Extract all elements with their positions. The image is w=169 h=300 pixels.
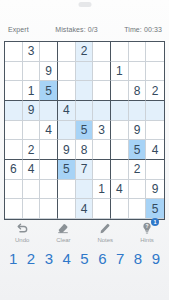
cell-r4c9[interactable] <box>146 101 164 121</box>
cell-r2c2[interactable] <box>23 62 41 82</box>
cell-r5c3[interactable]: 4 <box>40 121 58 141</box>
cell-r6c3[interactable] <box>40 140 58 160</box>
cell-r2c9[interactable] <box>146 62 164 82</box>
cell-r6c5[interactable]: 8 <box>76 140 94 160</box>
numpad-4[interactable]: 4 <box>62 250 70 267</box>
cell-r7c6[interactable] <box>93 160 111 180</box>
toolbar: Undo Clear Notes <box>0 221 169 243</box>
cell-r5c4[interactable] <box>58 121 76 141</box>
cell-r2c5[interactable] <box>76 62 94 82</box>
numpad-1[interactable]: 1 <box>9 250 17 267</box>
cell-r8c2[interactable] <box>23 180 41 200</box>
numpad-3[interactable]: 3 <box>45 250 53 267</box>
cell-r9c1[interactable] <box>5 199 23 219</box>
eraser-icon <box>56 221 70 235</box>
cell-r5c6[interactable]: 3 <box>93 121 111 141</box>
cell-r1c8[interactable] <box>129 42 147 62</box>
undo-icon <box>15 221 29 235</box>
cell-r8c4[interactable] <box>58 180 76 200</box>
cell-r3c7[interactable] <box>111 81 129 101</box>
cell-r7c4[interactable]: 5 <box>58 160 76 180</box>
cell-r7c7[interactable] <box>111 160 129 180</box>
cell-r9c5[interactable]: 4 <box>76 199 94 219</box>
cell-r2c6[interactable] <box>93 62 111 82</box>
notes-label: Notes <box>97 237 113 243</box>
cell-r8c8[interactable] <box>129 180 147 200</box>
cell-r6c1[interactable] <box>5 140 23 160</box>
cell-r6c7[interactable] <box>111 140 129 160</box>
clear-label: Clear <box>56 237 70 243</box>
cell-r2c4[interactable] <box>58 62 76 82</box>
numpad-2[interactable]: 2 <box>27 250 35 267</box>
cell-r6c4[interactable]: 9 <box>58 140 76 160</box>
cell-r9c7[interactable] <box>111 199 129 219</box>
hints-label: Hints <box>140 237 154 243</box>
cell-r3c6[interactable] <box>93 81 111 101</box>
cell-r3c4[interactable] <box>58 81 76 101</box>
cell-r5c1[interactable] <box>5 121 23 141</box>
cell-r3c5[interactable] <box>76 81 94 101</box>
hints-badge: 1 <box>151 218 159 226</box>
cell-r1c9[interactable] <box>146 42 164 62</box>
cell-r2c3[interactable]: 9 <box>40 62 58 82</box>
cell-r4c8[interactable] <box>129 101 147 121</box>
cell-r6c6[interactable] <box>93 140 111 160</box>
cell-r7c1[interactable]: 6 <box>5 160 23 180</box>
cell-r8c1[interactable] <box>5 180 23 200</box>
cell-r9c6[interactable] <box>93 199 111 219</box>
cell-r1c2[interactable]: 3 <box>23 42 41 62</box>
cell-r4c2[interactable]: 9 <box>23 101 41 121</box>
cell-r8c5[interactable] <box>76 180 94 200</box>
difficulty-label: Expert <box>8 26 29 33</box>
cell-r5c2[interactable] <box>23 121 41 141</box>
cell-r7c2[interactable]: 4 <box>23 160 41 180</box>
undo-button[interactable]: Undo <box>15 221 29 243</box>
numpad-6[interactable]: 6 <box>98 250 106 267</box>
cell-r2c7[interactable]: 1 <box>111 62 129 82</box>
cell-r3c3[interactable]: 5 <box>40 81 58 101</box>
cell-r7c9[interactable] <box>146 160 164 180</box>
cell-r8c3[interactable] <box>40 180 58 200</box>
cell-r5c8[interactable]: 9 <box>129 121 147 141</box>
cell-r5c9[interactable] <box>146 121 164 141</box>
numpad-7[interactable]: 7 <box>116 250 124 267</box>
cell-r4c1[interactable] <box>5 101 23 121</box>
cell-r6c2[interactable]: 2 <box>23 140 41 160</box>
cell-r1c6[interactable] <box>93 42 111 62</box>
cell-r2c8[interactable] <box>129 62 147 82</box>
cell-r1c3[interactable] <box>40 42 58 62</box>
pencil-icon <box>98 221 112 235</box>
mistakes-label: Mistakes: 0/3 <box>55 26 98 33</box>
cell-r7c5[interactable]: 7 <box>76 160 94 180</box>
cell-r1c1[interactable] <box>5 42 23 62</box>
cell-r9c2[interactable] <box>23 199 41 219</box>
cell-r4c6[interactable] <box>93 101 111 121</box>
sudoku-app: Expert Mistakes: 0/3 Time: 00:33 3291158… <box>0 0 169 300</box>
cell-r3c8[interactable]: 8 <box>129 81 147 101</box>
cell-r8c9[interactable]: 9 <box>146 180 164 200</box>
cell-r5c5[interactable]: 5 <box>76 121 94 141</box>
game-header: Expert Mistakes: 0/3 Time: 00:33 <box>8 26 162 33</box>
numpad-9[interactable]: 9 <box>152 250 160 267</box>
camera-punch-hole <box>78 2 91 7</box>
cell-r9c9[interactable]: 5 <box>146 199 164 219</box>
cell-r3c2[interactable]: 1 <box>23 81 41 101</box>
cell-r7c8[interactable]: 2 <box>129 160 147 180</box>
cell-r2c1[interactable] <box>5 62 23 82</box>
time-label: Time: 00:33 <box>124 26 162 33</box>
cell-r3c1[interactable] <box>5 81 23 101</box>
hints-button[interactable]: ? 1 Hints <box>140 221 154 243</box>
cell-r8c6[interactable]: 1 <box>93 180 111 200</box>
cell-r8c7[interactable]: 4 <box>111 180 129 200</box>
cell-r4c7[interactable] <box>111 101 129 121</box>
cell-r6c8[interactable]: 5 <box>129 140 147 160</box>
numpad: 123456789 <box>0 250 169 267</box>
cell-r1c7[interactable] <box>111 42 129 62</box>
cell-r9c3[interactable] <box>40 199 58 219</box>
svg-text:?: ? <box>145 224 148 229</box>
clear-button[interactable]: Clear <box>56 221 70 243</box>
numpad-8[interactable]: 8 <box>134 250 142 267</box>
cell-r1c4[interactable] <box>58 42 76 62</box>
cell-r1c5[interactable]: 2 <box>76 42 94 62</box>
notes-button[interactable]: Notes <box>97 221 113 243</box>
cell-r4c5[interactable] <box>76 101 94 121</box>
sudoku-board: 32911582944539298546457214945 <box>4 41 165 220</box>
cell-r5c7[interactable] <box>111 121 129 141</box>
cell-r6c9[interactable]: 4 <box>146 140 164 160</box>
cell-r3c9[interactable]: 2 <box>146 81 164 101</box>
cell-r7c3[interactable] <box>40 160 58 180</box>
undo-label: Undo <box>15 237 29 243</box>
cell-r4c3[interactable] <box>40 101 58 121</box>
numpad-5[interactable]: 5 <box>80 250 88 267</box>
cell-r9c4[interactable] <box>58 199 76 219</box>
cell-r4c4[interactable]: 4 <box>58 101 76 121</box>
cell-r9c8[interactable] <box>129 199 147 219</box>
